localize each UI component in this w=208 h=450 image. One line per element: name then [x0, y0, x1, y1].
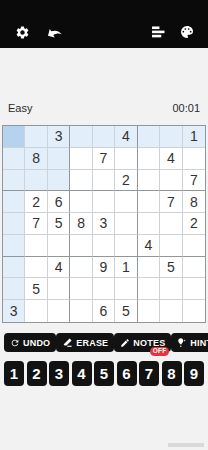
- cell-5-0[interactable]: [3, 235, 25, 257]
- cell-1-1[interactable]: 8: [25, 148, 47, 170]
- cell-0-0[interactable]: [3, 126, 25, 148]
- lightbulb-icon: [177, 337, 187, 348]
- cell-0-1[interactable]: [25, 126, 47, 148]
- cell-6-5[interactable]: 1: [115, 257, 137, 279]
- cell-3-6[interactable]: [138, 191, 160, 213]
- eraser-icon: [62, 337, 73, 348]
- cell-1-4[interactable]: 7: [93, 148, 115, 170]
- cell-8-5[interactable]: 5: [115, 300, 137, 322]
- cell-1-2[interactable]: [48, 148, 70, 170]
- status-row: Easy 00:01: [8, 102, 200, 115]
- cell-3-8[interactable]: 8: [183, 191, 205, 213]
- cell-0-2[interactable]: 3: [48, 126, 70, 148]
- palette-icon[interactable]: [178, 23, 196, 41]
- back-arrow-icon[interactable]: [44, 23, 62, 41]
- cell-6-0[interactable]: [3, 257, 25, 279]
- cell-4-3[interactable]: 8: [70, 213, 92, 235]
- number-pad: 123456789: [4, 361, 204, 386]
- cell-2-3[interactable]: [70, 170, 92, 192]
- cell-0-8[interactable]: 1: [183, 126, 205, 148]
- settings-gear-icon[interactable]: [13, 23, 31, 41]
- undo-icon: [10, 338, 20, 348]
- cell-1-3[interactable]: [70, 148, 92, 170]
- cell-5-6[interactable]: 4: [138, 235, 160, 257]
- cell-7-8[interactable]: [183, 278, 205, 300]
- cell-2-4[interactable]: [93, 170, 115, 192]
- cell-7-7[interactable]: [160, 278, 182, 300]
- leaderboard-icon[interactable]: [149, 23, 167, 41]
- cell-0-7[interactable]: [160, 126, 182, 148]
- cell-4-6[interactable]: [138, 213, 160, 235]
- cell-8-6[interactable]: [138, 300, 160, 322]
- cell-5-8[interactable]: [183, 235, 205, 257]
- cell-3-5[interactable]: [115, 191, 137, 213]
- cell-2-8[interactable]: 7: [183, 170, 205, 192]
- notes-badge: OFF: [150, 347, 170, 357]
- cell-5-5[interactable]: [115, 235, 137, 257]
- cell-3-2[interactable]: 6: [48, 191, 70, 213]
- cell-1-7[interactable]: 4: [160, 148, 182, 170]
- undo-label: UNDO: [23, 338, 50, 348]
- cell-7-3[interactable]: [70, 278, 92, 300]
- cell-0-5[interactable]: 4: [115, 126, 137, 148]
- notes-button[interactable]: NOTESOFF: [114, 333, 171, 352]
- erase-button[interactable]: ERASE: [56, 333, 114, 352]
- cell-1-6[interactable]: [138, 148, 160, 170]
- cell-8-3[interactable]: [70, 300, 92, 322]
- pencil-icon: [120, 338, 130, 348]
- cell-3-4[interactable]: [93, 191, 115, 213]
- cell-1-5[interactable]: [115, 148, 137, 170]
- cell-6-6[interactable]: [138, 257, 160, 279]
- cell-8-8[interactable]: [183, 300, 205, 322]
- cell-2-5[interactable]: 2: [115, 170, 137, 192]
- numpad-key-4[interactable]: 4: [72, 361, 92, 386]
- cell-4-4[interactable]: 3: [93, 213, 115, 235]
- cell-8-4[interactable]: 6: [93, 300, 115, 322]
- cell-2-0[interactable]: [3, 170, 25, 192]
- cell-7-1[interactable]: 5: [25, 278, 47, 300]
- cell-6-2[interactable]: 4: [48, 257, 70, 279]
- cell-5-7[interactable]: [160, 235, 182, 257]
- cell-0-6[interactable]: [138, 126, 160, 148]
- cell-4-7[interactable]: [160, 213, 182, 235]
- cell-5-2[interactable]: [48, 235, 70, 257]
- undo-button[interactable]: UNDO: [4, 333, 56, 352]
- numpad-key-6[interactable]: 6: [117, 361, 137, 386]
- cell-2-1[interactable]: [25, 170, 47, 192]
- cell-6-8[interactable]: [183, 257, 205, 279]
- cell-7-0[interactable]: [3, 278, 25, 300]
- cell-3-1[interactable]: 2: [25, 191, 47, 213]
- cell-0-3[interactable]: [70, 126, 92, 148]
- timer-label: 00:01: [172, 102, 200, 115]
- action-bar: UNDOERASENOTESOFFHINTS3: [4, 333, 204, 352]
- cell-6-3[interactable]: [70, 257, 92, 279]
- cell-0-4[interactable]: [93, 126, 115, 148]
- cell-8-0[interactable]: 3: [3, 300, 25, 322]
- cell-4-5[interactable]: [115, 213, 137, 235]
- cell-7-4[interactable]: [93, 278, 115, 300]
- cell-4-2[interactable]: 5: [48, 213, 70, 235]
- cell-4-8[interactable]: 2: [183, 213, 205, 235]
- cell-6-1[interactable]: [25, 257, 47, 279]
- cell-7-2[interactable]: [48, 278, 70, 300]
- hints-label: HINTS: [190, 338, 208, 348]
- cell-4-1[interactable]: 7: [25, 213, 47, 235]
- top-toolbar: [0, 0, 208, 48]
- numpad-key-2[interactable]: 2: [27, 361, 47, 386]
- cell-5-1[interactable]: [25, 235, 47, 257]
- erase-label: ERASE: [76, 338, 108, 348]
- numpad-key-3[interactable]: 3: [49, 361, 69, 386]
- cell-8-7[interactable]: [160, 300, 182, 322]
- cell-3-0[interactable]: [3, 191, 25, 213]
- hints-button[interactable]: HINTS3: [171, 333, 208, 352]
- numpad-key-1[interactable]: 1: [4, 361, 24, 386]
- numpad-key-9[interactable]: 9: [184, 361, 204, 386]
- cell-1-0[interactable]: [3, 148, 25, 170]
- numpad-key-8[interactable]: 8: [162, 361, 182, 386]
- cell-2-7[interactable]: [160, 170, 182, 192]
- cell-3-7[interactable]: 7: [160, 191, 182, 213]
- cell-8-1[interactable]: [25, 300, 47, 322]
- watermark: [168, 443, 204, 447]
- cell-7-6[interactable]: [138, 278, 160, 300]
- cell-7-5[interactable]: [115, 278, 137, 300]
- numpad-key-5[interactable]: 5: [94, 361, 114, 386]
- cell-8-2[interactable]: [48, 300, 70, 322]
- cell-2-6[interactable]: [138, 170, 160, 192]
- difficulty-label: Easy: [8, 102, 32, 115]
- cell-6-4[interactable]: 9: [93, 257, 115, 279]
- cell-5-3[interactable]: [70, 235, 92, 257]
- cell-2-2[interactable]: [48, 170, 70, 192]
- sudoku-board: 34187427267875832449155365: [2, 125, 206, 323]
- cell-5-4[interactable]: [93, 235, 115, 257]
- cell-4-0[interactable]: [3, 213, 25, 235]
- cell-3-3[interactable]: [70, 191, 92, 213]
- cell-6-7[interactable]: 5: [160, 257, 182, 279]
- numpad-key-7[interactable]: 7: [139, 361, 159, 386]
- cell-1-8[interactable]: [183, 148, 205, 170]
